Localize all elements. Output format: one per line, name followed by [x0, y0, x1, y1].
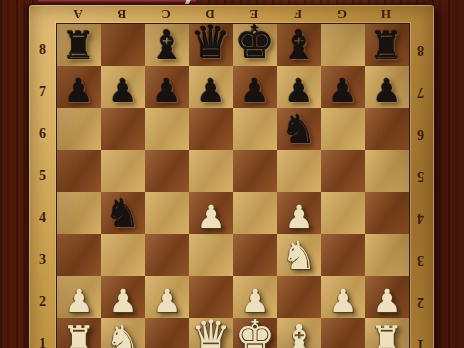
square-g1[interactable]	[321, 318, 365, 348]
chess-app-window: ABCDEFGH 87654321 87654321 ♜♝♛♚♝♜♟♟♟♟♟♟♟…	[0, 0, 464, 348]
white-pawn-h2[interactable]: ♟	[373, 285, 402, 317]
black-knight-b4[interactable]: ♞	[106, 194, 141, 233]
square-f7[interactable]: ♟	[277, 66, 321, 108]
square-e7[interactable]: ♟	[233, 66, 277, 108]
file-label-g: G	[320, 6, 364, 23]
square-d8[interactable]: ♛	[189, 24, 233, 66]
rank-label-right-2: 2	[407, 281, 434, 323]
black-pawn-e7[interactable]: ♟	[241, 75, 270, 107]
black-king-e8[interactable]: ♚	[235, 20, 275, 65]
square-b6[interactable]	[101, 108, 145, 150]
square-c8[interactable]: ♝	[145, 24, 189, 66]
square-g3[interactable]	[321, 234, 365, 276]
square-e8[interactable]: ♚	[233, 24, 277, 66]
file-label-f: F	[276, 6, 320, 23]
file-labels-top: ABCDEFGH	[56, 6, 408, 23]
black-pawn-a7[interactable]: ♟	[65, 75, 94, 107]
square-g4[interactable]	[321, 192, 365, 234]
black-queen-d8[interactable]: ♛	[191, 20, 231, 65]
square-e1[interactable]: ♚	[233, 318, 277, 348]
rank-label-right-7: 7	[407, 71, 434, 113]
square-b4[interactable]: ♞	[101, 192, 145, 234]
black-pawn-b7[interactable]: ♟	[109, 75, 138, 107]
rank-label-right-6: 6	[407, 113, 434, 155]
white-pawn-a2[interactable]: ♟	[65, 285, 94, 317]
rank-labels-left: 87654321	[29, 23, 56, 348]
square-b5[interactable]	[101, 150, 145, 192]
white-bishop-f1[interactable]: ♝	[281, 319, 317, 348]
square-b8[interactable]	[101, 24, 145, 66]
white-queen-d1[interactable]: ♛	[191, 314, 231, 348]
rank-label-right-8: 8	[407, 29, 434, 71]
square-e6[interactable]	[233, 108, 277, 150]
white-rook-h1[interactable]: ♜	[370, 321, 404, 348]
rank-label-right-4: 4	[407, 197, 434, 239]
black-pawn-h7[interactable]: ♟	[373, 75, 402, 107]
square-g2[interactable]: ♟	[321, 276, 365, 318]
square-a4[interactable]	[57, 192, 101, 234]
rank-label-left-3: 3	[29, 239, 56, 281]
rank-label-left-8: 8	[29, 29, 56, 71]
square-d3[interactable]	[189, 234, 233, 276]
square-g8[interactable]	[321, 24, 365, 66]
square-g7[interactable]: ♟	[321, 66, 365, 108]
square-h8[interactable]: ♜	[365, 24, 409, 66]
rank-label-left-4: 4	[29, 197, 56, 239]
white-pawn-f4[interactable]: ♟	[285, 201, 314, 233]
white-king-e1[interactable]: ♚	[235, 314, 275, 348]
square-h3[interactable]	[365, 234, 409, 276]
square-f2[interactable]	[277, 276, 321, 318]
file-label-b: B	[100, 6, 144, 23]
black-pawn-d7[interactable]: ♟	[197, 75, 226, 107]
rank-label-left-2: 2	[29, 281, 56, 323]
square-c1[interactable]	[145, 318, 189, 348]
file-label-a: A	[56, 6, 100, 23]
square-h1[interactable]: ♜	[365, 318, 409, 348]
square-a7[interactable]: ♟	[57, 66, 101, 108]
square-b7[interactable]: ♟	[101, 66, 145, 108]
white-pawn-d4[interactable]: ♟	[197, 201, 226, 233]
square-b2[interactable]: ♟	[101, 276, 145, 318]
square-f5[interactable]	[277, 150, 321, 192]
black-pawn-f7[interactable]: ♟	[285, 75, 314, 107]
black-rook-a8[interactable]: ♜	[62, 27, 96, 65]
square-e3[interactable]	[233, 234, 277, 276]
square-c7[interactable]: ♟	[145, 66, 189, 108]
file-label-c: C	[144, 6, 188, 23]
rank-label-right-1: 1	[407, 323, 434, 348]
rank-labels-right: 87654321	[407, 23, 434, 348]
black-bishop-f8[interactable]: ♝	[281, 25, 317, 65]
square-h7[interactable]: ♟	[365, 66, 409, 108]
square-f6[interactable]: ♞	[277, 108, 321, 150]
rank-label-right-5: 5	[407, 155, 434, 197]
board-frame: ABCDEFGH 87654321 87654321 ♜♝♛♚♝♜♟♟♟♟♟♟♟…	[28, 4, 435, 348]
white-knight-b1[interactable]: ♞	[106, 320, 141, 348]
square-f8[interactable]: ♝	[277, 24, 321, 66]
square-a1[interactable]: ♜	[57, 318, 101, 348]
white-pawn-c2[interactable]: ♟	[153, 285, 182, 317]
square-b3[interactable]	[101, 234, 145, 276]
square-a5[interactable]	[57, 150, 101, 192]
square-f1[interactable]: ♝	[277, 318, 321, 348]
square-g5[interactable]	[321, 150, 365, 192]
square-a8[interactable]: ♜	[57, 24, 101, 66]
square-e5[interactable]	[233, 150, 277, 192]
square-a2[interactable]: ♟	[57, 276, 101, 318]
square-c2[interactable]: ♟	[145, 276, 189, 318]
black-knight-f6[interactable]: ♞	[282, 110, 317, 149]
square-h4[interactable]	[365, 192, 409, 234]
black-pawn-g7[interactable]: ♟	[329, 75, 358, 107]
rank-label-left-6: 6	[29, 113, 56, 155]
square-h5[interactable]	[365, 150, 409, 192]
black-rook-h8[interactable]: ♜	[370, 27, 404, 65]
square-a3[interactable]	[57, 234, 101, 276]
square-e4[interactable]	[233, 192, 277, 234]
white-rook-a1[interactable]: ♜	[62, 321, 96, 348]
square-c3[interactable]	[145, 234, 189, 276]
rank-label-left-5: 5	[29, 155, 56, 197]
square-d7[interactable]: ♟	[189, 66, 233, 108]
square-c5[interactable]	[145, 150, 189, 192]
square-d5[interactable]	[189, 150, 233, 192]
square-h2[interactable]: ♟	[365, 276, 409, 318]
square-d4[interactable]: ♟	[189, 192, 233, 234]
black-pawn-c7[interactable]: ♟	[153, 75, 182, 107]
square-c4[interactable]	[145, 192, 189, 234]
square-c6[interactable]	[145, 108, 189, 150]
square-a6[interactable]	[57, 108, 101, 150]
white-pawn-g2[interactable]: ♟	[329, 285, 358, 317]
square-g6[interactable]	[321, 108, 365, 150]
square-h6[interactable]	[365, 108, 409, 150]
square-f4[interactable]: ♟	[277, 192, 321, 234]
chess-board: ♜♝♛♚♝♜♟♟♟♟♟♟♟♟♞♞♟♟♞♟♟♟♟♟♟♜♞♛♚♝♜	[56, 23, 410, 348]
square-f3[interactable]: ♞	[277, 234, 321, 276]
black-bishop-c8[interactable]: ♝	[149, 25, 185, 65]
square-d1[interactable]: ♛	[189, 318, 233, 348]
white-pawn-b2[interactable]: ♟	[109, 285, 138, 317]
square-b1[interactable]: ♞	[101, 318, 145, 348]
file-label-h: H	[364, 6, 408, 23]
rank-label-left-7: 7	[29, 71, 56, 113]
square-d6[interactable]	[189, 108, 233, 150]
rank-label-left-1: 1	[29, 323, 56, 348]
rank-label-right-3: 3	[407, 239, 434, 281]
white-knight-f3[interactable]: ♞	[282, 236, 317, 275]
